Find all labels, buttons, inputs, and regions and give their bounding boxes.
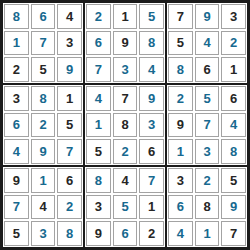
sudoku-cell-r3c7[interactable]: 8 xyxy=(168,57,193,82)
sudoku-cell-r9c6[interactable]: 2 xyxy=(139,221,164,246)
sudoku-cell-r1c7[interactable]: 7 xyxy=(168,4,193,29)
sudoku-box-6: 256974138 xyxy=(167,85,247,165)
sudoku-cell-r7c8[interactable]: 2 xyxy=(195,168,220,193)
sudoku-cell-r7c2[interactable]: 1 xyxy=(31,168,56,193)
sudoku-cell-r6c1[interactable]: 4 xyxy=(4,139,29,164)
sudoku-cell-r6c7[interactable]: 1 xyxy=(168,139,193,164)
sudoku-cell-r5c9[interactable]: 4 xyxy=(221,113,246,138)
sudoku-cell-r5c6[interactable]: 3 xyxy=(139,113,164,138)
sudoku-cell-r1c1[interactable]: 8 xyxy=(4,4,29,29)
sudoku-cell-r1c4[interactable]: 2 xyxy=(86,4,111,29)
sudoku-cell-r8c7[interactable]: 6 xyxy=(168,195,193,220)
sudoku-cell-r8c6[interactable]: 1 xyxy=(139,195,164,220)
sudoku-cell-r7c4[interactable]: 8 xyxy=(86,168,111,193)
sudoku-cell-r6c9[interactable]: 8 xyxy=(221,139,246,164)
sudoku-cell-r7c9[interactable]: 5 xyxy=(221,168,246,193)
sudoku-box-3: 793542861 xyxy=(167,3,247,83)
sudoku-cell-r6c2[interactable]: 9 xyxy=(31,139,56,164)
sudoku-box-2: 215698734 xyxy=(85,3,165,83)
sudoku-cell-r6c8[interactable]: 3 xyxy=(195,139,220,164)
sudoku-cell-r3c2[interactable]: 5 xyxy=(31,57,56,82)
sudoku-cell-r6c3[interactable]: 7 xyxy=(57,139,82,164)
sudoku-cell-r9c5[interactable]: 6 xyxy=(113,221,138,246)
sudoku-cell-r8c9[interactable]: 9 xyxy=(221,195,246,220)
sudoku-cell-r7c3[interactable]: 6 xyxy=(57,168,82,193)
sudoku-cell-r3c8[interactable]: 6 xyxy=(195,57,220,82)
sudoku-cell-r7c5[interactable]: 4 xyxy=(113,168,138,193)
sudoku-cell-r8c1[interactable]: 7 xyxy=(4,195,29,220)
sudoku-box-7: 916742538 xyxy=(3,167,83,247)
sudoku-cell-r2c5[interactable]: 9 xyxy=(113,31,138,56)
sudoku-cell-r6c6[interactable]: 6 xyxy=(139,139,164,164)
sudoku-box-5: 479183526 xyxy=(85,85,165,165)
sudoku-cell-r4c6[interactable]: 9 xyxy=(139,86,164,111)
sudoku-cell-r4c9[interactable]: 6 xyxy=(221,86,246,111)
sudoku-cell-r6c5[interactable]: 2 xyxy=(113,139,138,164)
sudoku-cell-r7c1[interactable]: 9 xyxy=(4,168,29,193)
sudoku-cell-r2c9[interactable]: 2 xyxy=(221,31,246,56)
sudoku-cell-r5c2[interactable]: 2 xyxy=(31,113,56,138)
sudoku-box-4: 381625497 xyxy=(3,85,83,165)
sudoku-cell-r4c2[interactable]: 8 xyxy=(31,86,56,111)
sudoku-cell-r8c5[interactable]: 5 xyxy=(113,195,138,220)
sudoku-box-1: 864173259 xyxy=(3,3,83,83)
sudoku-cell-r1c5[interactable]: 1 xyxy=(113,4,138,29)
sudoku-cell-r3c6[interactable]: 4 xyxy=(139,57,164,82)
sudoku-cell-r8c2[interactable]: 4 xyxy=(31,195,56,220)
sudoku-cell-r4c4[interactable]: 4 xyxy=(86,86,111,111)
sudoku-cell-r9c4[interactable]: 9 xyxy=(86,221,111,246)
sudoku-cell-r8c4[interactable]: 3 xyxy=(86,195,111,220)
sudoku-board: 8641732592156987347935428613816254974791… xyxy=(0,0,250,250)
sudoku-cell-r9c7[interactable]: 4 xyxy=(168,221,193,246)
sudoku-cell-r2c3[interactable]: 3 xyxy=(57,31,82,56)
sudoku-box-8: 847351962 xyxy=(85,167,165,247)
sudoku-cell-r5c5[interactable]: 8 xyxy=(113,113,138,138)
sudoku-cell-r5c1[interactable]: 6 xyxy=(4,113,29,138)
sudoku-cell-r3c4[interactable]: 7 xyxy=(86,57,111,82)
sudoku-cell-r9c3[interactable]: 8 xyxy=(57,221,82,246)
sudoku-cell-r9c8[interactable]: 1 xyxy=(195,221,220,246)
sudoku-cell-r9c1[interactable]: 5 xyxy=(4,221,29,246)
sudoku-cell-r1c8[interactable]: 9 xyxy=(195,4,220,29)
sudoku-cell-r3c3[interactable]: 9 xyxy=(57,57,82,82)
sudoku-cell-r3c1[interactable]: 2 xyxy=(4,57,29,82)
sudoku-cell-r1c9[interactable]: 3 xyxy=(221,4,246,29)
sudoku-cell-r5c8[interactable]: 7 xyxy=(195,113,220,138)
sudoku-cell-r2c2[interactable]: 7 xyxy=(31,31,56,56)
sudoku-cell-r4c1[interactable]: 3 xyxy=(4,86,29,111)
sudoku-box-9: 325689417 xyxy=(167,167,247,247)
sudoku-cell-r2c1[interactable]: 1 xyxy=(4,31,29,56)
sudoku-cell-r2c8[interactable]: 4 xyxy=(195,31,220,56)
sudoku-cell-r3c9[interactable]: 1 xyxy=(221,57,246,82)
sudoku-cell-r2c4[interactable]: 6 xyxy=(86,31,111,56)
sudoku-cell-r4c5[interactable]: 7 xyxy=(113,86,138,111)
sudoku-cell-r2c6[interactable]: 8 xyxy=(139,31,164,56)
sudoku-cell-r7c6[interactable]: 7 xyxy=(139,168,164,193)
sudoku-cell-r3c5[interactable]: 3 xyxy=(113,57,138,82)
sudoku-cell-r2c7[interactable]: 5 xyxy=(168,31,193,56)
sudoku-cell-r4c3[interactable]: 1 xyxy=(57,86,82,111)
sudoku-cell-r4c8[interactable]: 5 xyxy=(195,86,220,111)
sudoku-cell-r4c7[interactable]: 2 xyxy=(168,86,193,111)
sudoku-cell-r8c3[interactable]: 2 xyxy=(57,195,82,220)
sudoku-cell-r1c2[interactable]: 6 xyxy=(31,4,56,29)
sudoku-cell-r1c6[interactable]: 5 xyxy=(139,4,164,29)
sudoku-cell-r8c8[interactable]: 8 xyxy=(195,195,220,220)
sudoku-cell-r7c7[interactable]: 3 xyxy=(168,168,193,193)
sudoku-cell-r5c3[interactable]: 5 xyxy=(57,113,82,138)
sudoku-cell-r9c9[interactable]: 7 xyxy=(221,221,246,246)
sudoku-cell-r6c4[interactable]: 5 xyxy=(86,139,111,164)
sudoku-cell-r5c7[interactable]: 9 xyxy=(168,113,193,138)
sudoku-cell-r1c3[interactable]: 4 xyxy=(57,4,82,29)
sudoku-cell-r5c4[interactable]: 1 xyxy=(86,113,111,138)
sudoku-cell-r9c2[interactable]: 3 xyxy=(31,221,56,246)
